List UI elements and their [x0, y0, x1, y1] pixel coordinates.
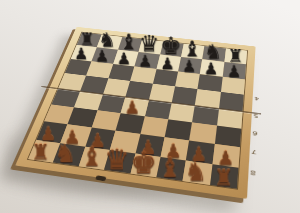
white-knight[interactable]: ♞: [183, 160, 210, 185]
black-pawn[interactable]: ♟: [156, 56, 178, 72]
rank-label-4: 4: [252, 95, 260, 103]
white-pawn[interactable]: ♟: [120, 99, 144, 116]
square-h1[interactable]: ♜: [210, 164, 239, 189]
square-g7[interactable]: ♟: [200, 60, 224, 77]
board-grid: ♜♞♝♛♚♝♞♜♟♟♟♟♟♟♟♟♟♟♟♟♟♟♟♟♜♞♝♛♚♝♞♜: [28, 32, 247, 188]
white-queen[interactable]: ♛: [104, 146, 130, 174]
black-pawn[interactable]: ♟: [222, 63, 244, 79]
square-h7[interactable]: ♟: [222, 62, 246, 79]
square-f6[interactable]: [175, 71, 200, 89]
black-pawn[interactable]: ♟: [200, 61, 222, 77]
white-bishop[interactable]: ♝: [156, 155, 183, 181]
square-e6[interactable]: [152, 69, 178, 87]
rank-label-7: 7: [249, 147, 258, 157]
black-pawn[interactable]: ♟: [178, 58, 200, 74]
black-pawn[interactable]: ♟: [91, 48, 113, 64]
white-rook[interactable]: ♜: [28, 142, 54, 163]
white-king[interactable]: ♚: [130, 148, 157, 178]
square-g1[interactable]: ♞: [183, 160, 212, 185]
white-bishop[interactable]: ♝: [78, 144, 104, 170]
square-h6[interactable]: [221, 77, 245, 95]
photo-scene: ♜♞♝♛♚♝♞♜♟♟♟♟♟♟♟♟♟♟♟♟♟♟♟♟♜♞♝♛♚♝♞♜ 87654: [0, 0, 300, 213]
square-d4[interactable]: ♟: [121, 97, 149, 117]
white-rook[interactable]: ♜: [210, 167, 237, 189]
white-knight[interactable]: ♞: [53, 142, 79, 167]
black-pawn[interactable]: ♟: [134, 53, 156, 69]
black-pawn[interactable]: ♟: [113, 51, 135, 67]
rank-label-8: 8: [248, 167, 258, 177]
square-g3[interactable]: [189, 122, 216, 144]
rank-label-6: 6: [250, 129, 259, 138]
square-b6[interactable]: [86, 61, 113, 78]
black-pawn[interactable]: ♟: [70, 46, 92, 62]
